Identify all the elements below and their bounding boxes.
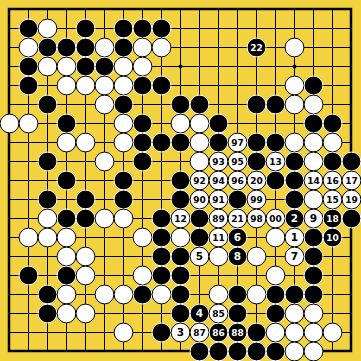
black-stone (57, 171, 76, 190)
white-stone-disc (304, 152, 323, 171)
white-stone-disc (38, 209, 57, 228)
white-stone (266, 266, 285, 285)
white-stone-disc (304, 95, 323, 114)
black-stone-disc (209, 133, 228, 152)
black-stone (57, 114, 76, 133)
white-stone (95, 95, 114, 114)
black-stone (228, 285, 247, 304)
white-stone (190, 114, 209, 133)
move-number-label: 10 (326, 233, 339, 243)
black-stone-disc (171, 247, 190, 266)
black-stone-disc (57, 171, 76, 190)
white-stone (114, 57, 133, 76)
black-stone (57, 38, 76, 57)
black-stone (76, 57, 95, 76)
black-stone (152, 228, 171, 247)
white-stone-disc (247, 247, 266, 266)
black-stone-disc (228, 285, 247, 304)
black-stone-disc (76, 57, 95, 76)
black-stone-disc (114, 95, 133, 114)
white-stone-disc (95, 209, 114, 228)
white-stone-disc (304, 133, 323, 152)
white-stone (95, 285, 114, 304)
white-stone (133, 57, 152, 76)
white-stone (133, 266, 152, 285)
black-stone-disc (57, 266, 76, 285)
black-stone-disc (152, 323, 171, 342)
black-stone-numbered: 86 (209, 323, 228, 342)
black-stone-disc (209, 342, 228, 361)
black-stone-numbered: 88 (228, 323, 247, 342)
white-stone-disc (247, 285, 266, 304)
black-stone-disc (152, 247, 171, 266)
black-stone-disc (133, 114, 152, 133)
black-stone (266, 133, 285, 152)
white-stone-numbered: 95 (228, 152, 247, 171)
black-stone (171, 171, 190, 190)
white-stone-disc (285, 304, 304, 323)
white-stone-numbered: 91 (209, 190, 228, 209)
white-stone-disc (285, 38, 304, 57)
black-stone-disc (133, 285, 152, 304)
white-stone-disc (114, 57, 133, 76)
go-board-diagram[interactable]: 2297939513929496201416179091991519128921… (0, 0, 361, 361)
black-stone-disc (152, 228, 171, 247)
black-stone-disc (228, 304, 247, 323)
move-number-label: 9 (310, 212, 317, 224)
white-stone (285, 133, 304, 152)
white-stone-numbered: 3 (171, 323, 190, 342)
white-stone-disc (38, 228, 57, 247)
move-number-label: 92 (193, 176, 206, 186)
move-number-label: 91 (212, 195, 225, 205)
black-stone (76, 190, 95, 209)
white-stone (285, 76, 304, 95)
move-number-label: 00 (269, 214, 282, 224)
black-stone-disc (152, 76, 171, 95)
move-number-label: 90 (193, 195, 206, 205)
black-stone-disc (304, 247, 323, 266)
white-stone-numbered: 85 (209, 304, 228, 323)
move-number-label: 7 (291, 250, 298, 262)
black-stone (171, 266, 190, 285)
move-number-label: 88 (231, 328, 244, 338)
black-stone-disc (171, 266, 190, 285)
white-stone (38, 57, 57, 76)
white-stone (95, 152, 114, 171)
white-stone (152, 285, 171, 304)
black-stone-disc (285, 152, 304, 171)
black-stone-disc (171, 95, 190, 114)
white-stone (19, 114, 38, 133)
black-stone (285, 152, 304, 171)
black-stone-disc (38, 152, 57, 171)
black-stone (209, 114, 228, 133)
white-stone (247, 247, 266, 266)
white-stone (304, 323, 323, 342)
goban: 2297939513929496201416179091991519128921… (0, 0, 361, 361)
move-number-label: 22 (250, 43, 263, 53)
black-stone-disc (19, 19, 38, 38)
black-stone-disc (133, 133, 152, 152)
black-stone (247, 152, 266, 171)
black-stone-disc (133, 76, 152, 95)
white-stone (114, 76, 133, 95)
white-stone-disc (323, 323, 342, 342)
white-stone-disc (285, 323, 304, 342)
black-stone-disc (76, 19, 95, 38)
black-stone (171, 133, 190, 152)
black-stone (228, 304, 247, 323)
black-stone-disc (228, 342, 247, 361)
black-stone (38, 95, 57, 114)
black-stone-disc (266, 133, 285, 152)
white-stone-disc (114, 76, 133, 95)
white-stone (114, 285, 133, 304)
black-stone-disc (190, 95, 209, 114)
black-stone-disc (133, 19, 152, 38)
white-stone (114, 323, 133, 342)
black-stone-disc (266, 171, 285, 190)
move-number-label: 3 (177, 326, 184, 338)
white-stone-disc (57, 304, 76, 323)
black-stone-disc (285, 171, 304, 190)
black-stone-disc (38, 304, 57, 323)
black-stone (304, 114, 323, 133)
white-stone-disc (285, 342, 304, 361)
white-stone-disc (0, 114, 19, 133)
black-stone (152, 209, 171, 228)
black-stone (133, 133, 152, 152)
white-stone-numbered: 11 (209, 228, 228, 247)
white-stone-disc (266, 266, 285, 285)
white-stone-disc (304, 304, 323, 323)
white-stone-numbered: 13 (266, 152, 285, 171)
white-stone-numbered: 5 (190, 247, 209, 266)
black-stone (304, 76, 323, 95)
black-stone (190, 209, 209, 228)
black-stone-disc (19, 266, 38, 285)
black-stone (152, 266, 171, 285)
black-stone-disc (19, 57, 38, 76)
white-stone (285, 95, 304, 114)
black-stone-disc (171, 285, 190, 304)
move-number-label: 11 (212, 233, 225, 243)
black-stone-disc (190, 228, 209, 247)
black-stone (190, 342, 209, 361)
black-stone-disc (152, 19, 171, 38)
black-stone (266, 95, 285, 114)
move-number-label: 14 (307, 176, 320, 186)
white-stone-disc (190, 152, 209, 171)
black-stone-disc (285, 285, 304, 304)
white-stone-numbered: 9 (304, 209, 323, 228)
black-stone (114, 95, 133, 114)
black-stone-disc (247, 133, 266, 152)
white-stone-disc (57, 57, 76, 76)
white-stone (76, 266, 95, 285)
white-stone-numbered: 20 (247, 171, 266, 190)
white-stone-disc (19, 114, 38, 133)
black-stone-disc (247, 152, 266, 171)
move-number-label: 19 (345, 195, 358, 205)
move-number-label: 97 (231, 138, 244, 148)
white-stone (152, 38, 171, 57)
move-number-label: 86 (212, 328, 225, 338)
white-stone-numbered: 19 (342, 190, 361, 209)
black-stone-numbered: 2 (285, 209, 304, 228)
white-stone-disc (76, 133, 95, 152)
black-stone-numbered: 6 (228, 228, 247, 247)
black-stone (285, 285, 304, 304)
black-stone-numbered: 4 (190, 304, 209, 323)
black-stone-disc (209, 114, 228, 133)
black-stone-disc (114, 190, 133, 209)
white-stone-disc (133, 38, 152, 57)
black-stone (285, 171, 304, 190)
white-stone-numbered: 7 (285, 247, 304, 266)
black-stone (38, 304, 57, 323)
white-stone-disc (95, 76, 114, 95)
white-stone-disc (152, 285, 171, 304)
black-stone (342, 209, 361, 228)
black-stone (190, 228, 209, 247)
white-stone-disc (304, 190, 323, 209)
move-number-label: 85 (212, 309, 225, 319)
black-stone-disc (171, 190, 190, 209)
black-stone (247, 95, 266, 114)
black-stone (114, 171, 133, 190)
black-stone-disc (171, 304, 190, 323)
black-stone (57, 209, 76, 228)
black-stone-disc (114, 171, 133, 190)
black-stone (228, 190, 247, 209)
white-stone (285, 342, 304, 361)
white-stone-disc (285, 95, 304, 114)
black-stone-disc (304, 114, 323, 133)
white-stone (95, 38, 114, 57)
black-stone (19, 266, 38, 285)
white-stone (76, 304, 95, 323)
black-stone (152, 76, 171, 95)
white-stone-disc (57, 285, 76, 304)
black-stone (76, 38, 95, 57)
black-stone (114, 190, 133, 209)
white-stone-disc (133, 57, 152, 76)
white-stone (114, 209, 133, 228)
black-stone-disc (171, 133, 190, 152)
black-stone (304, 285, 323, 304)
black-stone (247, 323, 266, 342)
black-stone-disc (228, 190, 247, 209)
move-number-label: 13 (269, 157, 282, 167)
white-stone (57, 76, 76, 95)
white-stone-disc (114, 285, 133, 304)
move-number-label: 98 (250, 214, 263, 224)
white-stone-numbered: 93 (209, 152, 228, 171)
move-number-label: 96 (231, 176, 244, 186)
black-stone (133, 19, 152, 38)
white-stone (209, 285, 228, 304)
black-stone-disc (133, 152, 152, 171)
black-stone (114, 19, 133, 38)
move-number-label: 15 (326, 195, 339, 205)
white-stone-numbered: 89 (209, 209, 228, 228)
white-stone-disc (304, 323, 323, 342)
white-stone (95, 76, 114, 95)
black-stone (133, 114, 152, 133)
black-stone (38, 152, 57, 171)
white-stone (285, 38, 304, 57)
black-stone (304, 247, 323, 266)
black-stone (266, 342, 285, 361)
black-stone-disc (247, 342, 266, 361)
white-stone-disc (19, 38, 38, 57)
white-stone (57, 57, 76, 76)
white-stone-numbered: 96 (228, 171, 247, 190)
black-stone (38, 190, 57, 209)
black-stone-disc (38, 95, 57, 114)
black-stone-disc (190, 342, 209, 361)
white-stone-disc (95, 95, 114, 114)
black-stone (152, 133, 171, 152)
hoshi-point (179, 65, 183, 69)
white-stone-disc (57, 247, 76, 266)
black-stone (209, 342, 228, 361)
white-stone (38, 19, 57, 38)
white-stone (57, 228, 76, 247)
white-stone-numbered: 00 (266, 209, 285, 228)
white-stone-disc (19, 228, 38, 247)
black-stone-numbered: 18 (323, 209, 342, 228)
move-number-label: 89 (212, 214, 225, 224)
black-stone (57, 266, 76, 285)
hoshi-point (293, 65, 297, 69)
black-stone-numbered: 22 (247, 38, 266, 57)
black-stone-disc (266, 95, 285, 114)
black-stone-disc (171, 171, 190, 190)
move-number-label: 12 (174, 214, 187, 224)
white-stone-disc (152, 38, 171, 57)
black-stone (266, 304, 285, 323)
move-number-label: 17 (345, 176, 358, 186)
white-stone-disc (114, 209, 133, 228)
white-stone-numbered: 94 (209, 171, 228, 190)
black-stone-disc (57, 209, 76, 228)
black-stone-disc (38, 190, 57, 209)
black-stone-disc (76, 38, 95, 57)
white-stone (38, 209, 57, 228)
white-stone-disc (285, 133, 304, 152)
black-stone (38, 38, 57, 57)
white-stone (76, 76, 95, 95)
black-stone (171, 190, 190, 209)
black-stone-disc (247, 323, 266, 342)
black-stone-disc (304, 266, 323, 285)
move-number-label: 6 (234, 231, 241, 243)
white-stone-disc (76, 304, 95, 323)
white-stone-numbered: 15 (323, 190, 342, 209)
black-stone (342, 152, 361, 171)
white-stone-disc (133, 228, 152, 247)
move-number-label: 5 (196, 250, 203, 262)
black-stone (171, 304, 190, 323)
black-stone-disc (76, 209, 95, 228)
black-stone (133, 152, 152, 171)
black-stone (152, 247, 171, 266)
white-stone (304, 190, 323, 209)
black-stone (228, 342, 247, 361)
move-number-label: 18 (326, 214, 339, 224)
black-stone (19, 76, 38, 95)
black-stone-disc (304, 285, 323, 304)
white-stone-numbered: 99 (247, 190, 266, 209)
black-stone (76, 209, 95, 228)
move-number-label: 99 (250, 195, 263, 205)
white-stone (76, 133, 95, 152)
white-stone (247, 285, 266, 304)
white-stone (323, 323, 342, 342)
black-stone-disc (342, 209, 361, 228)
move-number-label: 94 (212, 176, 225, 186)
white-stone-disc (114, 133, 133, 152)
white-stone-numbered: 87 (190, 323, 209, 342)
black-stone-disc (38, 285, 57, 304)
white-stone-numbered: 12 (171, 209, 190, 228)
move-number-label: 20 (250, 176, 263, 186)
black-stone-numbered: 10 (323, 228, 342, 247)
black-stone-disc (190, 209, 209, 228)
white-stone-numbered: 98 (247, 209, 266, 228)
move-number-label: 1 (291, 231, 298, 243)
white-stone (304, 342, 323, 361)
white-stone-disc (38, 19, 57, 38)
black-stone-disc (57, 114, 76, 133)
black-stone (209, 133, 228, 152)
white-stone-disc (114, 323, 133, 342)
move-number-label: 21 (231, 214, 244, 224)
black-stone (76, 19, 95, 38)
move-number-label: 4 (196, 307, 203, 319)
black-stone (152, 19, 171, 38)
black-stone (323, 152, 342, 171)
black-stone (133, 285, 152, 304)
white-stone (209, 247, 228, 266)
white-stone (171, 114, 190, 133)
black-stone-disc (76, 190, 95, 209)
white-stone (133, 228, 152, 247)
black-stone (304, 228, 323, 247)
white-stone-disc (114, 114, 133, 133)
black-stone-disc (152, 133, 171, 152)
black-stone (19, 57, 38, 76)
black-stone (266, 285, 285, 304)
white-stone-disc (171, 114, 190, 133)
black-stone-disc (19, 76, 38, 95)
black-stone (38, 285, 57, 304)
black-stone-numbered: 8 (228, 247, 247, 266)
black-stone (19, 19, 38, 38)
white-stone-disc (133, 266, 152, 285)
move-number-label: 93 (212, 157, 225, 167)
white-stone (57, 133, 76, 152)
black-stone (323, 114, 342, 133)
black-stone-disc (38, 38, 57, 57)
white-stone-disc (285, 76, 304, 95)
move-number-label: 8 (234, 250, 241, 262)
white-stone (304, 133, 323, 152)
white-stone (57, 304, 76, 323)
